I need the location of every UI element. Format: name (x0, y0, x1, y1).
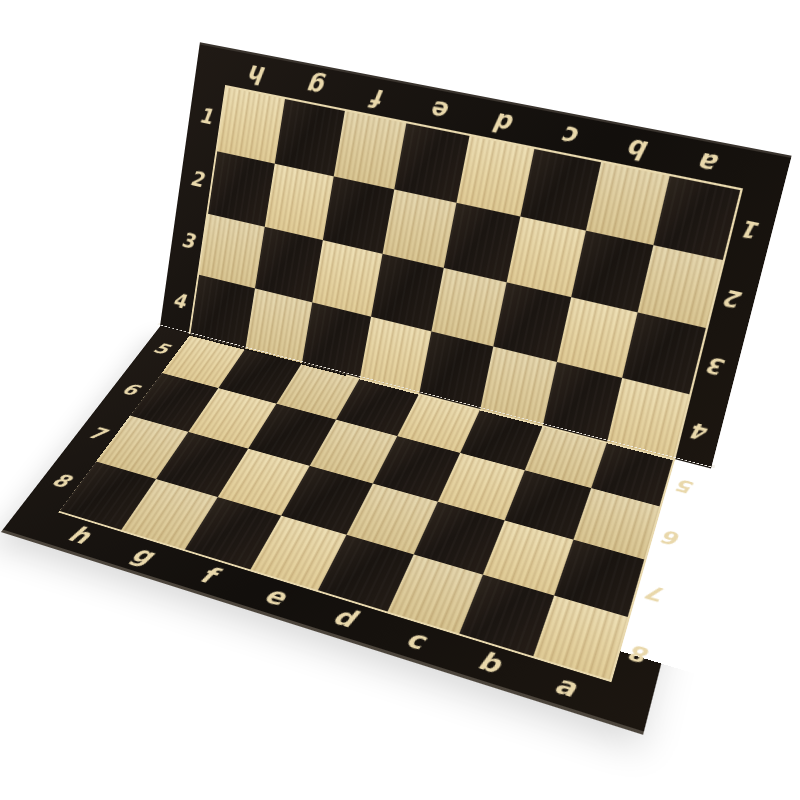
square-h1 (217, 87, 285, 163)
rank-label-3-left: 3 (180, 228, 196, 254)
square-c7 (414, 502, 505, 575)
rank-label-6-left: 6 (118, 380, 143, 399)
chess-board: h g f e d c b a 1 2 3 4 1 2 (3, 325, 712, 731)
square-b6 (505, 470, 592, 539)
product-photo-stage: h g f e d c b a 1 2 3 4 1 2 (0, 0, 800, 800)
square-b8 (459, 575, 554, 657)
file-label-b-near: b (474, 646, 505, 680)
board-3d-scene: h g f e d c b a 1 2 3 4 1 2 (0, 0, 800, 800)
file-label-g-near: g (126, 540, 159, 569)
square-d6 (373, 436, 460, 502)
rank-label-4-right: 4 (689, 417, 711, 445)
file-label-a-near: a (551, 669, 580, 704)
file-label-f-near: f (195, 561, 221, 589)
file-label-g-far: g (307, 70, 328, 102)
rank-label-6-right: 6 (661, 526, 683, 551)
rank-label-2-left: 2 (189, 166, 205, 192)
file-label-h-near: h (63, 521, 96, 549)
file-label-d-near: d (328, 602, 360, 634)
file-label-c-near: c (402, 624, 430, 656)
square-g1 (275, 99, 345, 176)
rank-label-3-right: 3 (706, 352, 728, 381)
rank-label-7-right: 7 (645, 580, 668, 607)
rank-label-5-right: 5 (676, 475, 697, 498)
file-label-b-far: b (627, 132, 653, 166)
file-label-e-near: e (259, 581, 290, 612)
rank-label-1-right: 1 (740, 215, 763, 245)
file-label-e-far: e (430, 94, 452, 127)
square-f6 (248, 404, 336, 466)
file-label-f-far: f (371, 83, 386, 114)
rank-label-8-left: 8 (47, 470, 75, 492)
rank-label-4-left: 4 (172, 288, 188, 313)
rank-label-5-left: 5 (149, 340, 173, 358)
square-g7 (156, 432, 248, 497)
square-e7 (281, 466, 373, 535)
rank-label-7-left: 7 (84, 423, 110, 444)
rank-label-2-right: 2 (723, 284, 746, 313)
rank-label-8-right: 8 (628, 640, 652, 669)
rank-label-1-left: 1 (198, 103, 214, 130)
file-label-a-far: a (697, 146, 722, 181)
file-label-d-far: d (494, 106, 518, 139)
file-label-c-far: c (561, 120, 582, 153)
file-label-h-far: h (248, 59, 268, 91)
square-h3 (199, 214, 265, 289)
